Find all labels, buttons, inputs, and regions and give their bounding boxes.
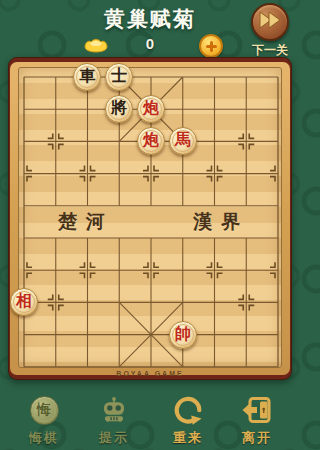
piece-red-cannon[interactable]: 炮 [137, 127, 165, 155]
restart-icon [173, 394, 203, 426]
piece-red-general[interactable]: 帥 [169, 321, 197, 349]
undo-label: 悔棋 [29, 429, 59, 447]
restart-label: 重来 [173, 429, 203, 447]
exit-label: 离开 [242, 429, 272, 447]
next-level-button[interactable] [251, 3, 289, 41]
piece-red-horse[interactable]: 馬 [169, 127, 197, 155]
xiangqi-board[interactable]: 楚河 漢界 BOYAA GAME 車士將炮炮馬相帥 [8, 57, 292, 380]
piece-black-chariot[interactable]: 車 [73, 63, 101, 91]
exit-button[interactable]: 离开 [225, 394, 289, 448]
pieces-layer: 車士將炮炮馬相帥 [8, 61, 294, 383]
piece-black-general[interactable]: 將 [105, 95, 133, 123]
undo-piece-icon: 悔 [30, 394, 59, 426]
restart-button[interactable]: 重来 [156, 394, 220, 448]
piece-black-advisor[interactable]: 士 [105, 63, 133, 91]
robot-icon [100, 394, 128, 426]
undo-button[interactable]: 悔 悔棋 [12, 394, 76, 448]
hint-label: 提示 [99, 429, 129, 447]
piece-red-cannon[interactable]: 炮 [137, 95, 165, 123]
add-coins-button[interactable] [199, 34, 223, 58]
exit-icon [242, 394, 272, 426]
hint-button[interactable]: 提示 [82, 394, 146, 448]
piece-red-elephant[interactable]: 相 [10, 288, 38, 316]
fast-forward-icon [257, 10, 283, 34]
